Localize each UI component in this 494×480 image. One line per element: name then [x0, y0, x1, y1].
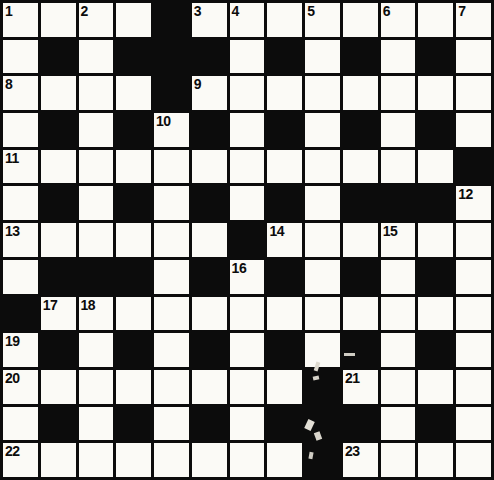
cell-r13c6[interactable]: [192, 443, 227, 477]
cell-r11c5[interactable]: [154, 370, 189, 404]
crossword-board: 1234567891011121314151617181920212223: [0, 0, 494, 480]
cell-r4c5[interactable]: 10: [154, 113, 189, 147]
cell-r3c1[interactable]: 8: [3, 76, 38, 110]
cell-r9c12[interactable]: [418, 297, 453, 331]
cell-r3c9[interactable]: [305, 76, 340, 110]
black-cell-r12c10: [343, 407, 378, 441]
cell-r13c12[interactable]: [418, 443, 453, 477]
cell-r9c3[interactable]: 18: [79, 297, 114, 331]
cell-r8c7[interactable]: 16: [230, 260, 265, 294]
cell-r4c11[interactable]: [381, 113, 416, 147]
cell-r8c5[interactable]: [154, 260, 189, 294]
cell-r7c1[interactable]: 13: [3, 223, 38, 257]
cell-r1c7[interactable]: 4: [230, 3, 265, 37]
cell-r3c4[interactable]: [116, 76, 151, 110]
cell-r13c11[interactable]: [381, 443, 416, 477]
cell-r8c13[interactable]: [456, 260, 491, 294]
cell-r1c13[interactable]: 7: [456, 3, 491, 37]
cell-r5c2[interactable]: [41, 150, 76, 184]
cell-r2c1[interactable]: [3, 40, 38, 74]
cell-r11c7[interactable]: [230, 370, 265, 404]
cell-r1c1[interactable]: 1: [3, 3, 38, 37]
cell-r3c12[interactable]: [418, 76, 453, 110]
cell-r1c4[interactable]: [116, 3, 151, 37]
cell-r12c3[interactable]: [79, 407, 114, 441]
clue-number: 10: [156, 113, 171, 130]
black-cell-r10c12: [418, 333, 453, 367]
cell-r13c5[interactable]: [154, 443, 189, 477]
black-cell-r2c2: [41, 40, 76, 74]
cell-r11c10[interactable]: 21: [343, 370, 378, 404]
cell-r11c3[interactable]: [79, 370, 114, 404]
crossword-puzzle: 1234567891011121314151617181920212223: [0, 0, 494, 480]
cell-r9c11[interactable]: [381, 297, 416, 331]
cell-r4c7[interactable]: [230, 113, 265, 147]
cell-r5c1[interactable]: 11: [3, 150, 38, 184]
cell-r7c5[interactable]: [154, 223, 189, 257]
black-cell-r2c4: [116, 40, 151, 74]
cell-r6c3[interactable]: [79, 186, 114, 220]
clue-number: 23: [345, 443, 360, 460]
black-cell-r4c4: [116, 113, 151, 147]
cell-r9c7[interactable]: [230, 297, 265, 331]
black-cell-r4c8: [267, 113, 302, 147]
cell-r4c1[interactable]: [3, 113, 38, 147]
cell-r4c9[interactable]: [305, 113, 340, 147]
black-cell-r6c10: [343, 186, 378, 220]
cell-r5c10[interactable]: [343, 150, 378, 184]
black-cell-r6c4: [116, 186, 151, 220]
clue-number: 18: [81, 297, 96, 314]
black-cell-r10c6: [192, 333, 227, 367]
cell-r7c2[interactable]: [41, 223, 76, 257]
black-cell-r6c8: [267, 186, 302, 220]
cell-r2c11[interactable]: [381, 40, 416, 74]
cell-r6c7[interactable]: [230, 186, 265, 220]
black-cell-r12c6: [192, 407, 227, 441]
clue-number: 11: [5, 150, 19, 167]
black-cell-r6c11: [381, 186, 416, 220]
clue-number: 5: [307, 3, 314, 20]
black-cell-r12c12: [418, 407, 453, 441]
cell-r10c7[interactable]: [230, 333, 265, 367]
black-cell-r12c9: [305, 407, 340, 441]
clue-number: 8: [5, 76, 12, 93]
clue-number: 20: [5, 370, 20, 387]
cell-r9c5[interactable]: [154, 297, 189, 331]
cell-r1c11[interactable]: 6: [381, 3, 416, 37]
cell-r10c9[interactable]: [305, 333, 340, 367]
clue-number: 6: [383, 3, 390, 20]
cell-r2c13[interactable]: [456, 40, 491, 74]
cell-r11c8[interactable]: [267, 370, 302, 404]
cell-r12c5[interactable]: [154, 407, 189, 441]
clue-number: 19: [5, 333, 20, 350]
cell-r3c7[interactable]: [230, 76, 265, 110]
cell-r4c3[interactable]: [79, 113, 114, 147]
black-cell-r4c6: [192, 113, 227, 147]
cell-r6c9[interactable]: [305, 186, 340, 220]
cell-r12c13[interactable]: [456, 407, 491, 441]
cell-r13c10[interactable]: 23: [343, 443, 378, 477]
cell-r7c10[interactable]: [343, 223, 378, 257]
black-cell-r10c4: [116, 333, 151, 367]
cell-r10c13[interactable]: [456, 333, 491, 367]
cell-r5c8[interactable]: [267, 150, 302, 184]
clue-number: 12: [458, 186, 473, 203]
black-cell-r8c10: [343, 260, 378, 294]
cell-r2c9[interactable]: [305, 40, 340, 74]
cell-r6c13[interactable]: 12: [456, 186, 491, 220]
cell-r13c3[interactable]: [79, 443, 114, 477]
cell-r13c7[interactable]: [230, 443, 265, 477]
cell-r9c10[interactable]: [343, 297, 378, 331]
cell-r2c7[interactable]: [230, 40, 265, 74]
clue-number: 17: [43, 297, 58, 314]
cell-r10c5[interactable]: [154, 333, 189, 367]
cell-r7c12[interactable]: [418, 223, 453, 257]
black-cell-r8c6: [192, 260, 227, 294]
cell-r1c8[interactable]: [267, 3, 302, 37]
black-cell-r12c8: [267, 407, 302, 441]
cell-r5c6[interactable]: [192, 150, 227, 184]
black-cell-r1c5: [154, 3, 189, 37]
cell-r12c1[interactable]: [3, 407, 38, 441]
cell-r5c9[interactable]: [305, 150, 340, 184]
black-cell-r4c10: [343, 113, 378, 147]
cell-r7c9[interactable]: [305, 223, 340, 257]
cell-r11c1[interactable]: 20: [3, 370, 38, 404]
black-cell-r8c3: [79, 260, 114, 294]
cell-r7c8[interactable]: 14: [267, 223, 302, 257]
cell-r1c2[interactable]: [41, 3, 76, 37]
black-cell-r2c5: [154, 40, 189, 74]
cell-r8c9[interactable]: [305, 260, 340, 294]
cell-r10c1[interactable]: 19: [3, 333, 38, 367]
cell-r12c11[interactable]: [381, 407, 416, 441]
clue-number: 15: [383, 223, 398, 240]
cell-r10c3[interactable]: [79, 333, 114, 367]
cell-r3c3[interactable]: [79, 76, 114, 110]
black-cell-r4c12: [418, 113, 453, 147]
cell-r5c7[interactable]: [230, 150, 265, 184]
cell-r11c13[interactable]: [456, 370, 491, 404]
black-cell-r8c4: [116, 260, 151, 294]
cell-r3c6[interactable]: 9: [192, 76, 227, 110]
cell-r3c2[interactable]: [41, 76, 76, 110]
black-cell-r10c2: [41, 333, 76, 367]
cell-r7c4[interactable]: [116, 223, 151, 257]
cell-r1c12[interactable]: [418, 3, 453, 37]
clue-number: 4: [232, 3, 239, 20]
cell-r5c4[interactable]: [116, 150, 151, 184]
black-cell-r12c2: [41, 407, 76, 441]
cell-r8c11[interactable]: [381, 260, 416, 294]
clue-number: 13: [5, 223, 20, 240]
black-cell-r6c6: [192, 186, 227, 220]
cell-r9c4[interactable]: [116, 297, 151, 331]
clue-number: 16: [232, 260, 247, 277]
black-cell-r7c7: [230, 223, 265, 257]
black-cell-r3c5: [154, 76, 189, 110]
cell-r4c13[interactable]: [456, 113, 491, 147]
black-cell-r10c10: [343, 333, 378, 367]
cell-r5c5[interactable]: [154, 150, 189, 184]
cell-r9c13[interactable]: [456, 297, 491, 331]
black-cell-r8c8: [267, 260, 302, 294]
cell-r8c1[interactable]: [3, 260, 38, 294]
black-cell-r8c2: [41, 260, 76, 294]
cell-r1c9[interactable]: 5: [305, 3, 340, 37]
cell-r9c8[interactable]: [267, 297, 302, 331]
cell-r3c8[interactable]: [267, 76, 302, 110]
cell-r13c1[interactable]: 22: [3, 443, 38, 477]
cell-r11c12[interactable]: [418, 370, 453, 404]
black-cell-r2c6: [192, 40, 227, 74]
cell-r1c3[interactable]: 2: [79, 3, 114, 37]
black-cell-r2c8: [267, 40, 302, 74]
black-cell-r12c4: [116, 407, 151, 441]
black-cell-r9c1: [3, 297, 38, 331]
cell-r12c7[interactable]: [230, 407, 265, 441]
cell-r9c9[interactable]: [305, 297, 340, 331]
cell-r1c10[interactable]: [343, 3, 378, 37]
cell-r3c13[interactable]: [456, 76, 491, 110]
black-cell-r6c2: [41, 186, 76, 220]
black-cell-r10c8: [267, 333, 302, 367]
cell-r9c6[interactable]: [192, 297, 227, 331]
black-cell-r5c13: [456, 150, 491, 184]
cell-r13c2[interactable]: [41, 443, 76, 477]
cell-r7c11[interactable]: 15: [381, 223, 416, 257]
cell-r1c6[interactable]: 3: [192, 3, 227, 37]
clue-number: 9: [194, 76, 201, 93]
cell-r6c5[interactable]: [154, 186, 189, 220]
cell-r11c6[interactable]: [192, 370, 227, 404]
cell-r5c11[interactable]: [381, 150, 416, 184]
cell-r5c3[interactable]: [79, 150, 114, 184]
cell-r13c4[interactable]: [116, 443, 151, 477]
cell-r13c13[interactable]: [456, 443, 491, 477]
clue-number: 2: [81, 3, 88, 20]
clue-number: 21: [345, 370, 360, 387]
cell-r10c11[interactable]: [381, 333, 416, 367]
black-cell-r4c2: [41, 113, 76, 147]
cell-r11c4[interactable]: [116, 370, 151, 404]
clue-number: 3: [194, 3, 201, 20]
cell-r2c3[interactable]: [79, 40, 114, 74]
clue-number: 14: [269, 223, 284, 240]
black-cell-r6c12: [418, 186, 453, 220]
black-cell-r2c10: [343, 40, 378, 74]
cell-r3c11[interactable]: [381, 76, 416, 110]
cell-r5c12[interactable]: [418, 150, 453, 184]
cell-r7c3[interactable]: [79, 223, 114, 257]
black-cell-r11c9: [305, 370, 340, 404]
cell-r6c1[interactable]: [3, 186, 38, 220]
black-cell-r8c12: [418, 260, 453, 294]
black-cell-r2c12: [418, 40, 453, 74]
clue-number: 1: [5, 3, 12, 20]
cell-r11c11[interactable]: [381, 370, 416, 404]
black-cell-r13c9: [305, 443, 340, 477]
clue-number: 22: [5, 443, 20, 460]
cell-r7c13[interactable]: [456, 223, 491, 257]
clue-number: 7: [458, 3, 465, 20]
cell-r9c2[interactable]: 17: [41, 297, 76, 331]
cell-r11c2[interactable]: [41, 370, 76, 404]
cell-r3c10[interactable]: [343, 76, 378, 110]
cell-r13c8[interactable]: [267, 443, 302, 477]
cell-r7c6[interactable]: [192, 223, 227, 257]
